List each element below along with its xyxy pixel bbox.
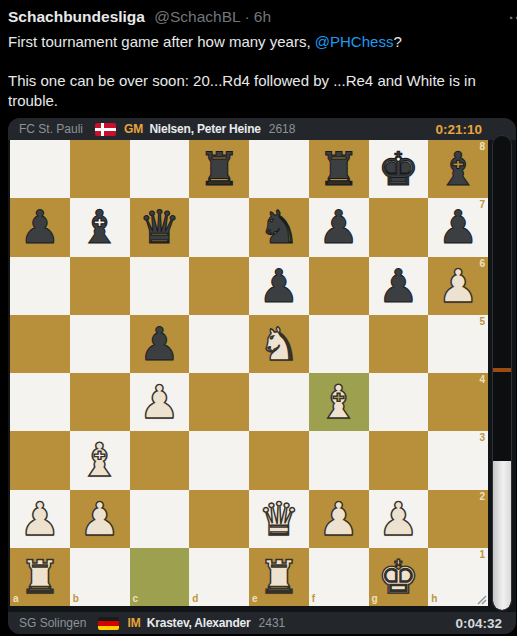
- square-a7[interactable]: ♟: [10, 198, 70, 256]
- mention-link[interactable]: @PHChess: [315, 33, 394, 50]
- square-b8[interactable]: [70, 140, 130, 198]
- rank-label-1: 1: [479, 550, 485, 560]
- square-f4[interactable]: ♝: [309, 373, 369, 431]
- top-player-clock: 0:21:10: [435, 122, 482, 137]
- square-c7[interactable]: ♛: [130, 198, 190, 256]
- file-label-a: a: [13, 594, 19, 604]
- square-d7[interactable]: [189, 198, 249, 256]
- bottom-player-name: Krastev, Alexander: [147, 616, 251, 630]
- square-h8[interactable]: ♝8: [428, 140, 488, 198]
- square-c2[interactable]: [130, 490, 190, 548]
- piece-white-knight: ♞: [258, 321, 299, 367]
- piece-white-bishop: ♝: [318, 379, 359, 425]
- more-options-button[interactable]: ···: [509, 8, 517, 28]
- square-c3[interactable]: [130, 431, 190, 489]
- square-e2[interactable]: ♛: [249, 490, 309, 548]
- top-player-bar: FC St. Pauli GM Nielsen, Peter Heine 261…: [8, 118, 516, 140]
- piece-white-pawn: ♟: [79, 496, 120, 542]
- file-label-e: e: [252, 594, 258, 604]
- eval-bar: [492, 135, 512, 611]
- square-g6[interactable]: ♟: [369, 257, 429, 315]
- rank-label-3: 3: [479, 433, 485, 443]
- square-g1[interactable]: ♚g: [369, 548, 429, 606]
- piece-black-pawn: ♟: [258, 263, 299, 309]
- top-team-name: FC St. Pauli: [19, 122, 83, 136]
- file-label-f: f: [312, 594, 315, 604]
- piece-white-bishop: ♝: [79, 437, 120, 483]
- square-d5[interactable]: [189, 315, 249, 373]
- square-b1[interactable]: b: [70, 548, 130, 606]
- tweet-handle-time: @SchachBL · 6h: [154, 8, 271, 25]
- tweet: Schachbundesliga @SchachBL · 6h ··· Firs…: [0, 0, 517, 111]
- rank-label-8: 8: [479, 142, 485, 152]
- rank-label-5: 5: [479, 317, 485, 327]
- square-c5[interactable]: ♟: [130, 315, 190, 373]
- eval-bar-white-fill: [493, 461, 511, 610]
- square-g2[interactable]: ♟: [369, 490, 429, 548]
- piece-white-pawn: ♟: [318, 496, 359, 542]
- square-f2[interactable]: ♟: [309, 490, 369, 548]
- square-g3[interactable]: [369, 431, 429, 489]
- square-g5[interactable]: [369, 315, 429, 373]
- piece-white-queen: ♛: [258, 496, 299, 542]
- piece-black-pawn: ♟: [378, 263, 419, 309]
- tweet-line1-suffix: ?: [393, 33, 401, 50]
- square-h2[interactable]: 2: [428, 490, 488, 548]
- square-d1[interactable]: d: [189, 548, 249, 606]
- piece-black-pawn: ♟: [318, 204, 359, 250]
- top-player-title: GM: [124, 122, 143, 136]
- square-a8[interactable]: [10, 140, 70, 198]
- tweet-line1: First tournament game after how many yea…: [8, 32, 507, 52]
- square-a1[interactable]: ♜a: [10, 548, 70, 606]
- square-h7[interactable]: ♟7: [428, 198, 488, 256]
- chess-board[interactable]: ♜♜♚♝8♟♝♛♞♟♟7♟♟♟6♟♞5♟♝4♝3♟♟♛♟♟2♜abcd♜ef♚g…: [10, 140, 488, 606]
- square-e3[interactable]: [249, 431, 309, 489]
- file-label-d: d: [192, 594, 198, 604]
- square-h3[interactable]: 3: [428, 431, 488, 489]
- square-e4[interactable]: [249, 373, 309, 431]
- square-h6[interactable]: ♟6: [428, 257, 488, 315]
- germany-flag-icon: [98, 617, 119, 630]
- piece-white-pawn: ♟: [438, 263, 479, 309]
- piece-white-pawn: ♟: [378, 496, 419, 542]
- square-d6[interactable]: [189, 257, 249, 315]
- square-h4[interactable]: 4: [428, 373, 488, 431]
- rank-label-4: 4: [479, 375, 485, 385]
- square-e8[interactable]: [249, 140, 309, 198]
- square-d8[interactable]: ♜: [189, 140, 249, 198]
- piece-black-king: ♚: [378, 146, 419, 192]
- piece-black-bishop: ♝: [438, 146, 479, 192]
- square-h1[interactable]: h1: [428, 548, 488, 606]
- piece-black-queen: ♛: [139, 204, 180, 250]
- piece-black-rook: ♜: [318, 146, 359, 192]
- square-f8[interactable]: ♜: [309, 140, 369, 198]
- square-b5[interactable]: [70, 315, 130, 373]
- square-b2[interactable]: ♟: [70, 490, 130, 548]
- broadcast-card[interactable]: FC St. Pauli GM Nielsen, Peter Heine 261…: [8, 118, 516, 634]
- square-c6[interactable]: [130, 257, 190, 315]
- piece-white-pawn: ♟: [139, 379, 180, 425]
- denmark-flag-icon: [95, 123, 116, 136]
- piece-black-knight: ♞: [258, 204, 299, 250]
- square-c1[interactable]: c: [130, 548, 190, 606]
- piece-black-pawn: ♟: [139, 321, 180, 367]
- bottom-player-bar: SG Solingen IM Krastev, Alexander 2431 0…: [8, 612, 516, 634]
- square-f7[interactable]: ♟: [309, 198, 369, 256]
- square-a3[interactable]: [10, 431, 70, 489]
- square-e1[interactable]: ♜e: [249, 548, 309, 606]
- file-label-h: h: [431, 594, 437, 604]
- square-b3[interactable]: ♝: [70, 431, 130, 489]
- file-label-g: g: [372, 594, 378, 604]
- top-player-name: Nielsen, Peter Heine: [149, 122, 260, 136]
- tweet-author[interactable]: Schachbundesliga: [8, 8, 145, 25]
- bottom-player-title: IM: [127, 616, 140, 630]
- piece-white-rook: ♜: [19, 554, 60, 600]
- file-label-c: c: [133, 594, 139, 604]
- square-a4[interactable]: [10, 373, 70, 431]
- piece-black-rook: ♜: [199, 146, 240, 192]
- square-g8[interactable]: ♚: [369, 140, 429, 198]
- square-b7[interactable]: ♝: [70, 198, 130, 256]
- piece-white-pawn: ♟: [19, 496, 60, 542]
- square-g7[interactable]: [369, 198, 429, 256]
- square-a5[interactable]: [10, 315, 70, 373]
- square-e7[interactable]: ♞: [249, 198, 309, 256]
- tweet-body: This one can be over soon: 20...Rd4 foll…: [8, 71, 509, 111]
- bottom-player-clock: 0:04:32: [455, 616, 502, 631]
- bottom-player-rating: 2431: [259, 616, 286, 630]
- square-b4[interactable]: [70, 373, 130, 431]
- square-e5[interactable]: ♞: [249, 315, 309, 373]
- tweet-header: Schachbundesliga @SchachBL · 6h ···: [8, 7, 507, 27]
- square-f6[interactable]: [309, 257, 369, 315]
- rank-label-2: 2: [479, 492, 485, 502]
- piece-white-king: ♚: [378, 554, 419, 600]
- square-d2[interactable]: [189, 490, 249, 548]
- square-e6[interactable]: ♟: [249, 257, 309, 315]
- square-c4[interactable]: ♟: [130, 373, 190, 431]
- square-g4[interactable]: [369, 373, 429, 431]
- square-h5[interactable]: 5: [428, 315, 488, 373]
- eval-marker: [493, 368, 511, 372]
- square-a2[interactable]: ♟: [10, 490, 70, 548]
- top-player-rating: 2618: [269, 122, 296, 136]
- square-d4[interactable]: [189, 373, 249, 431]
- file-label-b: b: [73, 594, 79, 604]
- square-f5[interactable]: [309, 315, 369, 373]
- piece-black-bishop: ♝: [79, 204, 120, 250]
- rank-label-7: 7: [479, 200, 485, 210]
- tweet-line1-text: First tournament game after how many yea…: [8, 33, 315, 50]
- rank-label-6: 6: [479, 259, 485, 269]
- bottom-team-name: SG Solingen: [19, 616, 86, 630]
- square-f3[interactable]: [309, 431, 369, 489]
- piece-black-pawn: ♟: [438, 204, 479, 250]
- square-b6[interactable]: [70, 257, 130, 315]
- square-f1[interactable]: f: [309, 548, 369, 606]
- square-a6[interactable]: [10, 257, 70, 315]
- piece-black-pawn: ♟: [19, 204, 60, 250]
- square-c8[interactable]: [130, 140, 190, 198]
- square-d3[interactable]: [189, 431, 249, 489]
- piece-white-rook: ♜: [258, 554, 299, 600]
- resize-handle-icon[interactable]: [476, 594, 487, 605]
